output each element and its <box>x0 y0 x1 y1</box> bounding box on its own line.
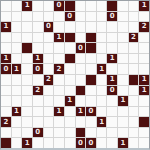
clue-digit: 1 <box>142 76 147 83</box>
clue-digit: 1 <box>35 55 40 62</box>
cell-r3c10-empty[interactable] <box>107 33 117 43</box>
cell-r12c11-empty[interactable] <box>118 128 128 138</box>
clue-digit: 2 <box>35 86 40 93</box>
cell-r6c1-clue-1[interactable]: 1 <box>12 64 22 74</box>
cell-r13c8-clue-0[interactable]: 0 <box>86 138 96 148</box>
cell-r0c13-clue-1[interactable]: 1 <box>139 1 149 11</box>
cell-r7c9-empty[interactable] <box>97 75 107 85</box>
cell-r9c0-empty[interactable] <box>1 96 11 106</box>
clue-digit: 0 <box>3 65 8 72</box>
cell-r2c4-clue-0[interactable]: 0 <box>44 22 54 32</box>
cell-r6c8-empty[interactable] <box>86 64 96 74</box>
clue-digit: 0 <box>35 129 40 136</box>
cell-r6c13-empty[interactable] <box>139 64 149 74</box>
cell-r6c0-clue-0[interactable]: 0 <box>1 64 11 74</box>
cell-r5c4-empty[interactable] <box>44 54 54 64</box>
cell-r8c3-clue-2[interactable]: 2 <box>33 86 43 96</box>
cell-r6c2-empty[interactable] <box>22 64 32 74</box>
cell-r9c2-empty[interactable] <box>22 96 32 106</box>
clue-digit: 1 <box>110 76 115 83</box>
cell-r0c3-empty[interactable] <box>33 1 43 11</box>
cell-r5c13-empty[interactable] <box>139 54 149 64</box>
cell-r9c1-empty[interactable] <box>12 96 22 106</box>
cell-r10c12-empty[interactable] <box>129 107 139 117</box>
cell-r0c1-empty[interactable] <box>12 1 22 11</box>
cell-r8c2-empty[interactable] <box>22 86 32 96</box>
clue-digit: 1 <box>67 97 72 104</box>
cell-r0c6-shaded[interactable] <box>65 1 75 11</box>
cell-r8c6-empty[interactable] <box>65 86 75 96</box>
cell-r5c12-empty[interactable] <box>129 54 139 64</box>
clue-digit: 0 <box>67 12 72 19</box>
cell-r7c12-shaded[interactable] <box>129 75 139 85</box>
cell-r1c6-clue-0[interactable]: 0 <box>65 12 75 22</box>
cell-r9c7-empty[interactable] <box>76 96 86 106</box>
cell-r13c5-empty[interactable] <box>54 138 64 148</box>
cell-r2c11-empty[interactable] <box>118 22 128 32</box>
cell-r8c11-empty[interactable] <box>118 86 128 96</box>
cell-r9c13-empty[interactable] <box>139 96 149 106</box>
cell-r8c7-shaded[interactable] <box>76 86 86 96</box>
cell-r4c5-empty[interactable] <box>54 43 64 53</box>
cell-r0c9-empty[interactable] <box>97 1 107 11</box>
cell-r10c9-empty[interactable] <box>97 107 107 117</box>
cell-r11c9-clue-1[interactable]: 1 <box>97 117 107 127</box>
puzzle-board-frame: 10100102120111010212112011111102101001 <box>0 0 150 150</box>
clue-digit: 0 <box>57 2 62 9</box>
cell-r5c1-empty[interactable] <box>12 54 22 64</box>
cell-r3c11-empty[interactable] <box>118 33 128 43</box>
cell-r7c13-clue-1[interactable]: 1 <box>139 75 149 85</box>
cell-r9c6-clue-1[interactable]: 1 <box>65 96 75 106</box>
cell-r10c3-empty[interactable] <box>33 107 43 117</box>
cell-r4c1-empty[interactable] <box>12 43 22 53</box>
cell-r10c0-empty[interactable] <box>1 107 11 117</box>
clue-digit: 2 <box>3 118 8 125</box>
cell-r8c4-empty[interactable] <box>44 86 54 96</box>
cell-r7c6-empty[interactable] <box>65 75 75 85</box>
clue-digit: 1 <box>142 86 147 93</box>
clue-digit: 1 <box>142 2 147 9</box>
clue-digit: 2 <box>131 33 136 40</box>
cell-r9c5-empty[interactable] <box>54 96 64 106</box>
puzzle-grid: 10100102120111010212112011111102101001 <box>1 1 149 148</box>
cell-r13c3-empty[interactable] <box>33 138 43 148</box>
cell-r10c10-empty[interactable] <box>107 107 117 117</box>
cell-r12c13-empty[interactable] <box>139 128 149 138</box>
cell-r1c9-empty[interactable] <box>97 12 107 22</box>
clue-digit: 1 <box>3 55 8 62</box>
cell-r11c1-empty[interactable] <box>12 117 22 127</box>
cell-r11c6-empty[interactable] <box>65 117 75 127</box>
cell-r5c0-clue-1[interactable]: 1 <box>1 54 11 64</box>
cell-r1c3-empty[interactable] <box>33 12 43 22</box>
cell-r4c10-empty[interactable] <box>107 43 117 53</box>
cell-r7c4-clue-2[interactable]: 2 <box>44 75 54 85</box>
cell-r1c13-empty[interactable] <box>139 12 149 22</box>
cell-r13c6-empty[interactable] <box>65 138 75 148</box>
cell-r2c13-clue-2[interactable]: 2 <box>139 22 149 32</box>
clue-digit: 1 <box>14 65 19 72</box>
cell-r11c4-empty[interactable] <box>44 117 54 127</box>
cell-r11c13-shaded[interactable] <box>139 117 149 127</box>
cell-r9c10-empty[interactable] <box>107 96 117 106</box>
clue-digit: 0 <box>89 139 94 146</box>
cell-r4c3-empty[interactable] <box>33 43 43 53</box>
cell-r11c3-empty[interactable] <box>33 117 43 127</box>
cell-r11c8-empty[interactable] <box>86 117 96 127</box>
cell-r6c11-empty[interactable] <box>118 64 128 74</box>
cell-r5c5-empty[interactable] <box>54 54 64 64</box>
cell-r13c4-empty[interactable] <box>44 138 54 148</box>
cell-r10c4-empty[interactable] <box>44 107 54 117</box>
cell-r12c10-empty[interactable] <box>107 128 117 138</box>
cell-r7c0-empty[interactable] <box>1 75 11 85</box>
cell-r7c5-empty[interactable] <box>54 75 64 85</box>
clue-digit: 1 <box>120 139 125 146</box>
cell-r4c13-empty[interactable] <box>139 43 149 53</box>
cell-r10c11-empty[interactable] <box>118 107 128 117</box>
cell-r8c9-empty[interactable] <box>97 86 107 96</box>
cell-r13c10-empty[interactable] <box>107 138 117 148</box>
cell-r12c12-empty[interactable] <box>129 128 139 138</box>
cell-r2c10-empty[interactable] <box>107 22 117 32</box>
cell-r7c2-empty[interactable] <box>22 75 32 85</box>
cell-r4c6-empty[interactable] <box>65 43 75 53</box>
cell-r9c4-empty[interactable] <box>44 96 54 106</box>
cell-r9c9-empty[interactable] <box>97 96 107 106</box>
cell-r13c9-empty[interactable] <box>97 138 107 148</box>
cell-r2c1-empty[interactable] <box>12 22 22 32</box>
cell-r6c7-empty[interactable] <box>76 64 86 74</box>
cell-r5c8-empty[interactable] <box>86 54 96 64</box>
cell-r7c10-clue-1[interactable]: 1 <box>107 75 117 85</box>
cell-r3c0-empty[interactable] <box>1 33 11 43</box>
cell-r5c9-empty[interactable] <box>97 54 107 64</box>
cell-r10c7-clue-1[interactable]: 1 <box>76 107 86 117</box>
clue-digit: 1 <box>78 107 83 114</box>
cell-r5c10-clue-1[interactable]: 1 <box>107 54 117 64</box>
clue-digit: 2 <box>46 76 51 83</box>
cell-r2c5-empty[interactable] <box>54 22 64 32</box>
cell-r7c3-empty[interactable] <box>33 75 43 85</box>
cell-r1c1-empty[interactable] <box>12 12 22 22</box>
cell-r13c7-clue-0[interactable]: 0 <box>76 138 86 148</box>
cell-r1c8-empty[interactable] <box>86 12 96 22</box>
cell-r2c8-empty[interactable] <box>86 22 96 32</box>
cell-r12c6-empty[interactable] <box>65 128 75 138</box>
cell-r7c1-empty[interactable] <box>12 75 22 85</box>
cell-r13c1-empty[interactable] <box>12 138 22 148</box>
cell-r8c5-empty[interactable] <box>54 86 64 96</box>
cell-r1c12-empty[interactable] <box>129 12 139 22</box>
cell-r2c0-clue-1[interactable]: 1 <box>1 22 11 32</box>
cell-r8c10-clue-0[interactable]: 0 <box>107 86 117 96</box>
clue-digit: 1 <box>14 107 19 114</box>
cell-r8c12-empty[interactable] <box>129 86 139 96</box>
cell-r3c3-empty[interactable] <box>33 33 43 43</box>
cell-r3c1-empty[interactable] <box>12 33 22 43</box>
cell-r8c13-clue-1[interactable]: 1 <box>139 86 149 96</box>
cell-r5c3-clue-1[interactable]: 1 <box>33 54 43 64</box>
cell-r4c9-empty[interactable] <box>97 43 107 53</box>
cell-r0c7-empty[interactable] <box>76 1 86 11</box>
clue-digit: 1 <box>99 65 104 72</box>
cell-r12c5-empty[interactable] <box>54 128 64 138</box>
clue-digit: 1 <box>120 97 125 104</box>
cell-r10c5-clue-1[interactable]: 1 <box>54 107 64 117</box>
cell-r6c12-empty[interactable] <box>129 64 139 74</box>
cell-r12c3-clue-0[interactable]: 0 <box>33 128 43 138</box>
cell-r9c8-empty[interactable] <box>86 96 96 106</box>
cell-r8c0-empty[interactable] <box>1 86 11 96</box>
cell-r11c2-empty[interactable] <box>22 117 32 127</box>
cell-r3c8-shaded[interactable] <box>86 33 96 43</box>
cell-r12c7-shaded[interactable] <box>76 128 86 138</box>
cell-r10c8-clue-0[interactable]: 0 <box>86 107 96 117</box>
cell-r4c2-shaded[interactable] <box>22 43 32 53</box>
cell-r12c1-empty[interactable] <box>12 128 22 138</box>
cell-r10c1-clue-1[interactable]: 1 <box>12 107 22 117</box>
cell-r7c7-empty[interactable] <box>76 75 86 85</box>
cell-r13c0-shaded[interactable] <box>1 138 11 148</box>
cell-r4c0-empty[interactable] <box>1 43 11 53</box>
cell-r11c10-empty[interactable] <box>107 117 117 127</box>
cell-r12c9-empty[interactable] <box>97 128 107 138</box>
cell-r10c6-empty[interactable] <box>65 107 75 117</box>
cell-r8c1-empty[interactable] <box>12 86 22 96</box>
cell-r3c13-empty[interactable] <box>139 33 149 43</box>
cell-r3c9-empty[interactable] <box>97 33 107 43</box>
cell-r0c0-empty[interactable] <box>1 1 11 11</box>
cell-r0c2-clue-1[interactable]: 1 <box>22 1 32 11</box>
cell-r10c13-empty[interactable] <box>139 107 149 117</box>
cell-r1c4-empty[interactable] <box>44 12 54 22</box>
cell-r6c9-clue-1[interactable]: 1 <box>97 64 107 74</box>
clue-digit: 0 <box>78 139 83 146</box>
cell-r12c4-empty[interactable] <box>44 128 54 138</box>
clue-digit: 1 <box>57 33 62 40</box>
cell-r5c7-empty[interactable] <box>76 54 86 64</box>
clue-digit: 1 <box>25 139 30 146</box>
cell-r11c0-clue-2[interactable]: 2 <box>1 117 11 127</box>
clue-digit: 0 <box>110 12 115 19</box>
clue-digit: 0 <box>78 44 83 51</box>
cell-r8c8-empty[interactable] <box>86 86 96 96</box>
clue-digit: 1 <box>99 118 104 125</box>
cell-r0c4-empty[interactable] <box>44 1 54 11</box>
clue-digit: 1 <box>57 107 62 114</box>
cell-r6c5-clue-2[interactable]: 2 <box>54 64 64 74</box>
clue-digit: 1 <box>25 2 30 9</box>
cell-r6c10-empty[interactable] <box>107 64 117 74</box>
cell-r2c7-empty[interactable] <box>76 22 86 32</box>
cell-r4c11-empty[interactable] <box>118 43 128 53</box>
cell-r1c2-empty[interactable] <box>22 12 32 22</box>
cell-r4c4-empty[interactable] <box>44 43 54 53</box>
cell-r2c6-empty[interactable] <box>65 22 75 32</box>
cell-r4c8-shaded[interactable] <box>86 43 96 53</box>
cell-r13c12-empty[interactable] <box>129 138 139 148</box>
cell-r6c6-empty[interactable] <box>65 64 75 74</box>
cell-r1c0-empty[interactable] <box>1 12 11 22</box>
cell-r5c6-shaded[interactable] <box>65 54 75 64</box>
clue-digit: 0 <box>89 107 94 114</box>
cell-r9c12-empty[interactable] <box>129 96 139 106</box>
cell-r3c7-empty[interactable] <box>76 33 86 43</box>
cell-r9c3-empty[interactable] <box>33 96 43 106</box>
cell-r0c8-empty[interactable] <box>86 1 96 11</box>
cell-r0c11-empty[interactable] <box>118 1 128 11</box>
cell-r12c2-empty[interactable] <box>22 128 32 138</box>
cell-r1c10-clue-0[interactable]: 0 <box>107 12 117 22</box>
cell-r13c11-clue-1[interactable]: 1 <box>118 138 128 148</box>
cell-r1c11-empty[interactable] <box>118 12 128 22</box>
clue-digit: 0 <box>35 65 40 72</box>
cell-r7c11-empty[interactable] <box>118 75 128 85</box>
cell-r3c4-empty[interactable] <box>44 33 54 43</box>
clue-digit: 1 <box>3 23 8 30</box>
clue-digit: 0 <box>46 23 51 30</box>
cell-r3c6-shaded[interactable] <box>65 33 75 43</box>
cell-r11c11-empty[interactable] <box>118 117 128 127</box>
cell-r3c12-clue-2[interactable]: 2 <box>129 33 139 43</box>
cell-r10c2-empty[interactable] <box>22 107 32 117</box>
cell-r6c3-clue-0[interactable]: 0 <box>33 64 43 74</box>
cell-r6c4-empty[interactable] <box>44 64 54 74</box>
cell-r2c12-empty[interactable] <box>129 22 139 32</box>
cell-r0c12-empty[interactable] <box>129 1 139 11</box>
cell-r5c11-empty[interactable] <box>118 54 128 64</box>
cell-r1c7-empty[interactable] <box>76 12 86 22</box>
cell-r11c5-empty[interactable] <box>54 117 64 127</box>
cell-r3c5-clue-1[interactable]: 1 <box>54 33 64 43</box>
cell-r11c12-empty[interactable] <box>129 117 139 127</box>
cell-r9c11-clue-1[interactable]: 1 <box>118 96 128 106</box>
cell-r5c2-empty[interactable] <box>22 54 32 64</box>
cell-r4c7-clue-0[interactable]: 0 <box>76 43 86 53</box>
cell-r0c5-clue-0[interactable]: 0 <box>54 1 64 11</box>
cell-r12c8-empty[interactable] <box>86 128 96 138</box>
cell-r11c7-empty[interactable] <box>76 117 86 127</box>
cell-r12c0-empty[interactable] <box>1 128 11 138</box>
clue-digit: 2 <box>142 23 147 30</box>
cell-r0c10-shaded[interactable] <box>107 1 117 11</box>
cell-r7c8-shaded[interactable] <box>86 75 96 85</box>
clue-digit: 0 <box>110 86 115 93</box>
cell-r2c9-empty[interactable] <box>97 22 107 32</box>
clue-digit: 1 <box>110 55 115 62</box>
cell-r2c3-empty[interactable] <box>33 22 43 32</box>
cell-r13c2-clue-1[interactable]: 1 <box>22 138 32 148</box>
cell-r1c5-empty[interactable] <box>54 12 64 22</box>
cell-r2c2-empty[interactable] <box>22 22 32 32</box>
clue-digit: 2 <box>57 65 62 72</box>
cell-r3c2-empty[interactable] <box>22 33 32 43</box>
cell-r4c12-empty[interactable] <box>129 43 139 53</box>
cell-r13c13-empty[interactable] <box>139 138 149 148</box>
